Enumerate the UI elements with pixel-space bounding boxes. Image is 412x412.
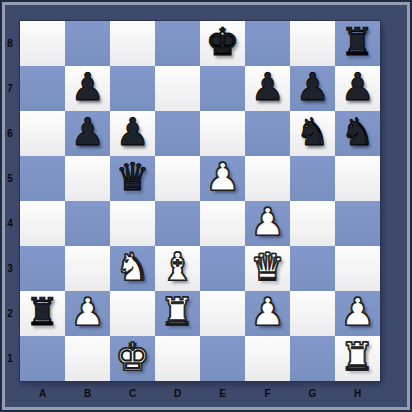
square-f1[interactable] [245,336,290,381]
square-b2[interactable]: ♟ [65,291,110,336]
square-h3[interactable] [335,246,380,291]
file-label-d: D [155,385,200,403]
square-e4[interactable] [200,201,245,246]
rank-label-3: 3 [0,246,20,291]
square-d8[interactable] [155,21,200,66]
piece-white-pawn: ♟ [250,201,284,245]
square-a7[interactable] [20,66,65,111]
square-b1[interactable] [65,336,110,381]
square-h1[interactable]: ♜ [335,336,380,381]
square-e2[interactable] [200,291,245,336]
piece-black-pawn: ♟ [295,66,329,110]
square-a1[interactable] [20,336,65,381]
square-a4[interactable] [20,201,65,246]
square-g1[interactable] [290,336,335,381]
piece-black-king: ♚ [205,21,239,65]
square-d6[interactable] [155,111,200,156]
square-f3[interactable]: ♛ [245,246,290,291]
piece-white-pawn: ♟ [70,291,104,335]
square-b4[interactable] [65,201,110,246]
square-d3[interactable]: ♝ [155,246,200,291]
piece-white-rook: ♜ [340,336,374,380]
file-label-h: H [335,385,380,403]
square-e1[interactable] [200,336,245,381]
rank-label-4: 4 [0,201,20,246]
square-e3[interactable] [200,246,245,291]
square-c3[interactable]: ♞ [110,246,155,291]
square-c4[interactable] [110,201,155,246]
square-d2[interactable]: ♜ [155,291,200,336]
chess-board-frame: 87654321 ♚♜♟♟♟♟♟♟♞♞♛♟♟♞♝♛♜♟♜♟♟♚♜ ABCDEFG… [0,0,412,412]
square-c8[interactable] [110,21,155,66]
square-a2[interactable]: ♜ [20,291,65,336]
square-a3[interactable] [20,246,65,291]
square-b7[interactable]: ♟ [65,66,110,111]
piece-black-pawn: ♟ [70,66,104,110]
square-g7[interactable]: ♟ [290,66,335,111]
piece-white-queen: ♛ [250,246,284,290]
rank-label-8: 8 [0,21,20,66]
piece-black-knight: ♞ [295,111,329,155]
piece-white-pawn: ♟ [340,291,374,335]
square-g4[interactable] [290,201,335,246]
square-g8[interactable] [290,21,335,66]
rank-label-2: 2 [0,291,20,336]
square-b5[interactable] [65,156,110,201]
square-c2[interactable] [110,291,155,336]
square-f2[interactable]: ♟ [245,291,290,336]
square-b8[interactable] [65,21,110,66]
file-labels: ABCDEFGH [20,385,380,403]
piece-white-rook: ♜ [160,291,194,335]
square-c5[interactable]: ♛ [110,156,155,201]
square-f4[interactable]: ♟ [245,201,290,246]
piece-white-pawn: ♟ [205,156,239,200]
square-f5[interactable] [245,156,290,201]
square-h4[interactable] [335,201,380,246]
piece-white-king: ♚ [115,336,149,380]
piece-black-pawn: ♟ [115,111,149,155]
square-e8[interactable]: ♚ [200,21,245,66]
square-d4[interactable] [155,201,200,246]
square-h8[interactable]: ♜ [335,21,380,66]
piece-black-rook: ♜ [340,21,374,65]
square-e5[interactable]: ♟ [200,156,245,201]
piece-black-pawn: ♟ [250,66,284,110]
square-f7[interactable]: ♟ [245,66,290,111]
chess-board: ♚♜♟♟♟♟♟♟♞♞♛♟♟♞♝♛♜♟♜♟♟♚♜ [20,21,380,381]
piece-white-pawn: ♟ [250,291,284,335]
square-h5[interactable] [335,156,380,201]
square-g6[interactable]: ♞ [290,111,335,156]
file-label-b: B [65,385,110,403]
file-label-e: E [200,385,245,403]
piece-black-queen: ♛ [115,156,149,200]
square-g5[interactable] [290,156,335,201]
square-h7[interactable]: ♟ [335,66,380,111]
square-b3[interactable] [65,246,110,291]
piece-black-knight: ♞ [340,111,374,155]
square-d1[interactable] [155,336,200,381]
square-a8[interactable] [20,21,65,66]
square-h6[interactable]: ♞ [335,111,380,156]
square-c1[interactable]: ♚ [110,336,155,381]
piece-white-bishop: ♝ [160,246,194,290]
square-f6[interactable] [245,111,290,156]
file-label-g: G [290,385,335,403]
rank-label-5: 5 [0,156,20,201]
file-label-f: F [245,385,290,403]
piece-black-rook: ♜ [25,291,59,335]
square-f8[interactable] [245,21,290,66]
piece-black-pawn: ♟ [340,66,374,110]
square-d5[interactable] [155,156,200,201]
file-label-a: A [20,385,65,403]
square-a6[interactable] [20,111,65,156]
square-g3[interactable] [290,246,335,291]
square-c7[interactable] [110,66,155,111]
rank-label-6: 6 [0,111,20,156]
piece-white-knight: ♞ [115,246,149,290]
square-c6[interactable]: ♟ [110,111,155,156]
square-e7[interactable] [200,66,245,111]
square-e6[interactable] [200,111,245,156]
square-g2[interactable] [290,291,335,336]
square-d7[interactable] [155,66,200,111]
square-a5[interactable] [20,156,65,201]
file-label-c: C [110,385,155,403]
square-b6[interactable]: ♟ [65,111,110,156]
rank-label-7: 7 [0,66,20,111]
rank-labels: 87654321 [0,21,20,381]
rank-label-1: 1 [0,336,20,381]
square-h2[interactable]: ♟ [335,291,380,336]
piece-black-pawn: ♟ [70,111,104,155]
